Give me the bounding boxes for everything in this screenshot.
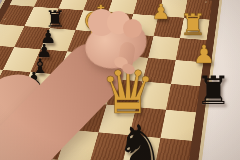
square-a2[interactable] bbox=[180, 18, 210, 40]
chess-board[interactable]: 12345678hgfedcba bbox=[0, 0, 220, 160]
square-b1[interactable] bbox=[158, 0, 187, 18]
square-a7[interactable] bbox=[154, 138, 191, 160]
square-b7[interactable] bbox=[122, 135, 161, 160]
square-a4[interactable] bbox=[171, 60, 203, 86]
file-label: a bbox=[205, 1, 208, 4]
chess-photo-scene: 12345678hgfedcba ♚♜♟♟♝♟ ♟♜♟♜♛♞ bbox=[0, 0, 240, 160]
square-a1[interactable] bbox=[184, 0, 212, 20]
board-grid bbox=[0, 0, 212, 160]
square-a6[interactable] bbox=[160, 110, 196, 141]
square-a5[interactable] bbox=[166, 84, 200, 113]
square-a3[interactable] bbox=[176, 38, 207, 62]
square-b2[interactable] bbox=[154, 16, 184, 38]
